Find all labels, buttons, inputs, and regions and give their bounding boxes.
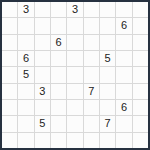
cell-r6c4[interactable] [51, 84, 66, 99]
cell-r2c6[interactable] [84, 18, 99, 33]
cell-r1c6[interactable] [84, 2, 99, 17]
cell-r9c4[interactable] [51, 133, 66, 148]
cell-r5c7[interactable] [100, 67, 115, 82]
cell-r1c5[interactable]: 3 [67, 2, 82, 17]
cell-r3c3[interactable] [35, 35, 50, 50]
cell-r9c1[interactable] [2, 133, 17, 148]
cell-r8c2[interactable] [18, 116, 33, 131]
cell-r7c1[interactable] [2, 100, 17, 115]
cell-r8c1[interactable] [2, 116, 17, 131]
cell-r8c3[interactable]: 5 [35, 116, 50, 131]
given-digit: 6 [23, 53, 29, 64]
cell-r2c3[interactable] [35, 18, 50, 33]
cell-r6c2[interactable] [18, 84, 33, 99]
cell-r1c4[interactable] [51, 2, 66, 17]
cell-r2c7[interactable] [100, 18, 115, 33]
cell-r3c5[interactable] [67, 35, 82, 50]
cell-r9c7[interactable] [100, 133, 115, 148]
cell-r8c8[interactable] [116, 116, 131, 131]
cell-r1c7[interactable] [100, 2, 115, 17]
cell-r6c9[interactable] [133, 84, 148, 99]
cell-r1c3[interactable] [35, 2, 50, 17]
cell-r6c1[interactable] [2, 84, 17, 99]
given-digit: 6 [56, 37, 62, 48]
cell-r3c8[interactable] [116, 35, 131, 50]
cell-r7c8[interactable]: 6 [116, 100, 131, 115]
given-digit: 7 [105, 118, 111, 129]
given-digit: 5 [39, 118, 45, 129]
cell-r6c3[interactable]: 3 [35, 84, 50, 99]
cell-r9c8[interactable] [116, 133, 131, 148]
cell-r8c6[interactable] [84, 116, 99, 131]
given-digit: 5 [23, 69, 29, 80]
cell-r7c2[interactable] [18, 100, 33, 115]
cell-r7c5[interactable] [67, 100, 82, 115]
cell-r6c7[interactable] [100, 84, 115, 99]
cell-r6c6[interactable]: 7 [84, 84, 99, 99]
cell-r2c4[interactable] [51, 18, 66, 33]
cell-r3c2[interactable] [18, 35, 33, 50]
given-digit: 3 [39, 86, 45, 97]
given-digit: 3 [23, 4, 29, 15]
cell-r5c1[interactable] [2, 67, 17, 82]
cell-r7c4[interactable] [51, 100, 66, 115]
cell-r3c6[interactable] [84, 35, 99, 50]
cell-r8c4[interactable] [51, 116, 66, 131]
cell-r5c3[interactable] [35, 67, 50, 82]
cell-r5c5[interactable] [67, 67, 82, 82]
cell-r1c8[interactable] [116, 2, 131, 17]
given-digit: 3 [72, 4, 78, 15]
sudoku-board: 336665537657 [0, 0, 150, 150]
given-digit: 5 [105, 53, 111, 64]
cell-r6c5[interactable] [67, 84, 82, 99]
cell-r5c8[interactable] [116, 67, 131, 82]
cell-r9c2[interactable] [18, 133, 33, 148]
cell-r9c5[interactable] [67, 133, 82, 148]
cell-r4c1[interactable] [2, 51, 17, 66]
cell-r9c6[interactable] [84, 133, 99, 148]
cell-r8c9[interactable] [133, 116, 148, 131]
cell-r8c5[interactable] [67, 116, 82, 131]
cell-r2c5[interactable] [67, 18, 82, 33]
cell-r4c2[interactable]: 6 [18, 51, 33, 66]
cell-r4c4[interactable] [51, 51, 66, 66]
cell-r9c3[interactable] [35, 133, 50, 148]
cell-r7c3[interactable] [35, 100, 50, 115]
cell-r6c8[interactable] [116, 84, 131, 99]
cell-r2c8[interactable]: 6 [116, 18, 131, 33]
cell-r3c1[interactable] [2, 35, 17, 50]
cell-r7c7[interactable] [100, 100, 115, 115]
cell-r8c7[interactable]: 7 [100, 116, 115, 131]
cell-r7c9[interactable] [133, 100, 148, 115]
given-digit: 6 [121, 20, 127, 31]
cell-r5c9[interactable] [133, 67, 148, 82]
cell-r4c5[interactable] [67, 51, 82, 66]
cell-r2c9[interactable] [133, 18, 148, 33]
cell-r2c2[interactable] [18, 18, 33, 33]
cell-r3c4[interactable]: 6 [51, 35, 66, 50]
cell-r4c3[interactable] [35, 51, 50, 66]
cell-r5c4[interactable] [51, 67, 66, 82]
cell-r4c8[interactable] [116, 51, 131, 66]
given-digit: 6 [121, 102, 127, 113]
cell-r4c9[interactable] [133, 51, 148, 66]
cell-r4c7[interactable]: 5 [100, 51, 115, 66]
cell-r7c6[interactable] [84, 100, 99, 115]
cell-r3c7[interactable] [100, 35, 115, 50]
cell-r1c9[interactable] [133, 2, 148, 17]
cell-r2c1[interactable] [2, 18, 17, 33]
given-digit: 7 [88, 86, 94, 97]
cell-r4c6[interactable] [84, 51, 99, 66]
cell-r3c9[interactable] [133, 35, 148, 50]
cell-r5c6[interactable] [84, 67, 99, 82]
cell-r1c1[interactable] [2, 2, 17, 17]
cell-r5c2[interactable]: 5 [18, 67, 33, 82]
cell-r9c9[interactable] [133, 133, 148, 148]
cell-r1c2[interactable]: 3 [18, 2, 33, 17]
